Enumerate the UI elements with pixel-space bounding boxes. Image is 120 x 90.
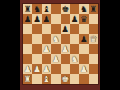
black-pawn: ♟ — [24, 15, 32, 24]
black-queen: ♛ — [80, 15, 88, 24]
black-pawn: ♟ — [33, 15, 41, 24]
black-pawn: ♟ — [43, 15, 51, 24]
black-knight: ♞ — [33, 5, 41, 14]
white-pawn: ♟ — [80, 65, 88, 74]
black-pawn: ♟ — [61, 25, 69, 34]
square-g2: ♟ — [79, 64, 88, 74]
square-c5 — [42, 34, 51, 44]
square-b5 — [32, 34, 41, 44]
square-d7 — [51, 14, 60, 24]
white-knight: ♞ — [71, 55, 79, 64]
white-knight: ♞ — [52, 35, 60, 44]
black-bishop: ♝ — [43, 5, 51, 14]
square-h5: ♛ — [89, 34, 98, 44]
square-c4: ♟ — [42, 44, 51, 54]
square-g3 — [79, 54, 88, 64]
black-rook: ♜ — [89, 5, 97, 14]
white-rook: ♜ — [24, 75, 32, 84]
square-e4: ♟ — [61, 44, 70, 54]
square-d3: ♟ — [51, 54, 60, 64]
square-c8: ♝ — [42, 4, 51, 14]
square-d1 — [51, 74, 60, 84]
square-h7 — [89, 14, 98, 24]
square-a2: ♟ — [23, 64, 32, 74]
square-b2: ♟ — [32, 64, 41, 74]
square-f7: ♟ — [70, 14, 79, 24]
square-b3 — [32, 54, 41, 64]
white-pawn: ♟ — [43, 45, 51, 54]
black-knight: ♞ — [80, 5, 88, 14]
square-h4 — [89, 44, 98, 54]
square-d2 — [51, 64, 60, 74]
square-d4 — [51, 44, 60, 54]
square-b7: ♟ — [32, 14, 41, 24]
square-f2 — [70, 64, 79, 74]
square-g7: ♛ — [79, 14, 88, 24]
square-e3 — [61, 54, 70, 64]
chess-board: ♜♞♝♚♞♜♟♟♟♟♛♟♞♟♛♟♟♟♞♟♟♟♟♜♝♚ — [22, 3, 99, 85]
square-d5: ♞ — [51, 34, 60, 44]
square-b1 — [32, 74, 41, 84]
square-c2: ♟ — [42, 64, 51, 74]
square-c6 — [42, 24, 51, 34]
white-pawn: ♟ — [24, 65, 32, 74]
square-b8: ♞ — [32, 4, 41, 14]
square-h6 — [89, 24, 98, 34]
square-e5 — [61, 34, 70, 44]
board-frame: ♜♞♝♚♞♜♟♟♟♟♛♟♞♟♛♟♟♟♞♟♟♟♟♜♝♚ — [20, 0, 100, 90]
white-pawn: ♟ — [61, 45, 69, 54]
square-e8: ♚ — [61, 4, 70, 14]
square-d6 — [51, 24, 60, 34]
square-f5 — [70, 34, 79, 44]
square-c7: ♟ — [42, 14, 51, 24]
square-a7: ♟ — [23, 14, 32, 24]
square-a5 — [23, 34, 32, 44]
square-a4 — [23, 44, 32, 54]
square-h8: ♜ — [89, 4, 98, 14]
square-f1 — [70, 74, 79, 84]
white-king: ♚ — [61, 75, 69, 84]
square-h3 — [89, 54, 98, 64]
square-f6 — [70, 24, 79, 34]
square-g1 — [79, 74, 88, 84]
square-c1: ♝ — [42, 74, 51, 84]
square-g4 — [79, 44, 88, 54]
white-queen: ♛ — [89, 35, 97, 44]
black-rook: ♜ — [24, 5, 32, 14]
square-e2 — [61, 64, 70, 74]
square-h2 — [89, 64, 98, 74]
square-e7 — [61, 14, 70, 24]
square-a8: ♜ — [23, 4, 32, 14]
square-e6: ♟ — [61, 24, 70, 34]
square-b6 — [32, 24, 41, 34]
square-g6 — [79, 24, 88, 34]
square-a1: ♜ — [23, 74, 32, 84]
square-h1 — [89, 74, 98, 84]
square-a6 — [23, 24, 32, 34]
white-pawn: ♟ — [52, 55, 60, 64]
white-bishop: ♝ — [43, 75, 51, 84]
black-pawn: ♟ — [80, 35, 88, 44]
square-b4 — [32, 44, 41, 54]
black-king: ♚ — [61, 5, 69, 14]
square-g5: ♟ — [79, 34, 88, 44]
white-pawn: ♟ — [43, 65, 51, 74]
square-d8 — [51, 4, 60, 14]
square-a3 — [23, 54, 32, 64]
square-f8 — [70, 4, 79, 14]
white-pawn: ♟ — [33, 65, 41, 74]
square-f3: ♞ — [70, 54, 79, 64]
letterboxed-stage: ♜♞♝♚♞♜♟♟♟♟♛♟♞♟♛♟♟♟♞♟♟♟♟♜♝♚ — [0, 0, 120, 90]
square-g8: ♞ — [79, 4, 88, 14]
square-e1: ♚ — [61, 74, 70, 84]
square-c3 — [42, 54, 51, 64]
square-f4 — [70, 44, 79, 54]
black-pawn: ♟ — [71, 15, 79, 24]
